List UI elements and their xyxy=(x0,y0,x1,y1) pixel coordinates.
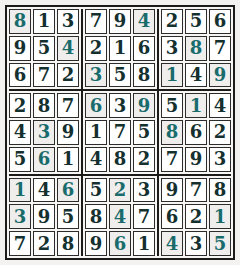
cell-r6c7[interactable]: 7 xyxy=(161,147,183,172)
cell-r7c4[interactable]: 5 xyxy=(85,178,107,203)
cell-r5c6[interactable]: 5 xyxy=(133,120,155,145)
cell-r3c8[interactable]: 4 xyxy=(185,63,207,88)
cell-r7c6[interactable]: 3 xyxy=(133,178,155,203)
cell-r4c3[interactable]: 7 xyxy=(57,93,79,118)
box-separator-horizontal-2 xyxy=(9,174,231,176)
cell-r5c4[interactable]: 1 xyxy=(85,120,107,145)
cell-r8c6[interactable]: 7 xyxy=(133,204,155,229)
cell-r4c2[interactable]: 8 xyxy=(33,93,55,118)
cell-r1c8[interactable]: 5 xyxy=(185,9,207,34)
cell-r7c1[interactable]: 1 xyxy=(9,178,31,203)
cell-r9c2[interactable]: 2 xyxy=(33,231,55,256)
cell-r3c1[interactable]: 6 xyxy=(9,63,31,88)
cell-r1c2[interactable]: 1 xyxy=(33,9,55,34)
cell-r7c3[interactable]: 6 xyxy=(57,178,79,203)
cell-r2c1[interactable]: 9 xyxy=(9,36,31,61)
cell-r3c3[interactable]: 2 xyxy=(57,63,79,88)
cell-r8c2[interactable]: 9 xyxy=(33,204,55,229)
cell-r8c5[interactable]: 4 xyxy=(109,204,131,229)
cell-r5c3[interactable]: 9 xyxy=(57,120,79,145)
cell-r9c3[interactable]: 8 xyxy=(57,231,79,256)
cell-r1c7[interactable]: 2 xyxy=(161,9,183,34)
cell-r5c7[interactable]: 8 xyxy=(161,120,183,145)
cell-r9c4[interactable]: 9 xyxy=(85,231,107,256)
cell-r9c5[interactable]: 6 xyxy=(109,231,131,256)
cell-r7c2[interactable]: 4 xyxy=(33,178,55,203)
cell-r2c3[interactable]: 4 xyxy=(57,36,79,61)
cell-r8c7[interactable]: 6 xyxy=(161,204,183,229)
cell-r4c9[interactable]: 4 xyxy=(209,93,231,118)
cell-r2c9[interactable]: 7 xyxy=(209,36,231,61)
cell-r5c5[interactable]: 7 xyxy=(109,120,131,145)
sudoku-grid: 8137942569542163876723581492876395144391… xyxy=(5,5,235,260)
cell-r3c5[interactable]: 5 xyxy=(109,63,131,88)
cell-r3c4[interactable]: 3 xyxy=(85,63,107,88)
cell-r7c9[interactable]: 8 xyxy=(209,178,231,203)
cell-r2c2[interactable]: 5 xyxy=(33,36,55,61)
cell-r9c9[interactable]: 5 xyxy=(209,231,231,256)
cell-r4c8[interactable]: 1 xyxy=(185,93,207,118)
cell-r9c7[interactable]: 4 xyxy=(161,231,183,256)
cell-r1c9[interactable]: 6 xyxy=(209,9,231,34)
cell-r2c7[interactable]: 3 xyxy=(161,36,183,61)
cell-r8c9[interactable]: 1 xyxy=(209,204,231,229)
sudoku-frame: 8137942569542163876723581492876395144391… xyxy=(0,0,240,265)
cell-r1c6[interactable]: 4 xyxy=(133,9,155,34)
cell-r6c8[interactable]: 9 xyxy=(185,147,207,172)
cell-r8c8[interactable]: 2 xyxy=(185,204,207,229)
cell-r8c4[interactable]: 8 xyxy=(85,204,107,229)
cell-r5c8[interactable]: 6 xyxy=(185,120,207,145)
cell-r2c4[interactable]: 2 xyxy=(85,36,107,61)
cell-r1c5[interactable]: 9 xyxy=(109,9,131,34)
cell-r6c1[interactable]: 5 xyxy=(9,147,31,172)
cell-r1c1[interactable]: 8 xyxy=(9,9,31,34)
cell-r5c9[interactable]: 2 xyxy=(209,120,231,145)
cell-r2c5[interactable]: 1 xyxy=(109,36,131,61)
cell-r1c3[interactable]: 3 xyxy=(57,9,79,34)
cell-r3c6[interactable]: 8 xyxy=(133,63,155,88)
box-separator-vertical-2 xyxy=(157,9,159,256)
cell-r1c4[interactable]: 7 xyxy=(85,9,107,34)
cell-r9c6[interactable]: 1 xyxy=(133,231,155,256)
cell-r2c6[interactable]: 6 xyxy=(133,36,155,61)
box-separator-vertical-1 xyxy=(81,9,83,256)
cell-r9c8[interactable]: 3 xyxy=(185,231,207,256)
cell-r4c6[interactable]: 9 xyxy=(133,93,155,118)
cell-r5c2[interactable]: 3 xyxy=(33,120,55,145)
cell-r6c5[interactable]: 8 xyxy=(109,147,131,172)
cell-r7c5[interactable]: 2 xyxy=(109,178,131,203)
cell-r8c1[interactable]: 3 xyxy=(9,204,31,229)
cell-r6c2[interactable]: 6 xyxy=(33,147,55,172)
cell-r3c9[interactable]: 9 xyxy=(209,63,231,88)
cell-r8c3[interactable]: 5 xyxy=(57,204,79,229)
cell-r4c7[interactable]: 5 xyxy=(161,93,183,118)
cell-r6c9[interactable]: 3 xyxy=(209,147,231,172)
cell-r6c3[interactable]: 1 xyxy=(57,147,79,172)
cell-r7c8[interactable]: 7 xyxy=(185,178,207,203)
cell-r6c6[interactable]: 2 xyxy=(133,147,155,172)
cell-r2c8[interactable]: 8 xyxy=(185,36,207,61)
cell-r3c2[interactable]: 7 xyxy=(33,63,55,88)
cell-r7c7[interactable]: 9 xyxy=(161,178,183,203)
cell-r4c1[interactable]: 2 xyxy=(9,93,31,118)
cell-r4c5[interactable]: 3 xyxy=(109,93,131,118)
cell-r3c7[interactable]: 1 xyxy=(161,63,183,88)
cell-r9c1[interactable]: 7 xyxy=(9,231,31,256)
cell-r5c1[interactable]: 4 xyxy=(9,120,31,145)
cell-r6c4[interactable]: 4 xyxy=(85,147,107,172)
box-separator-horizontal-1 xyxy=(9,89,231,91)
cell-r4c4[interactable]: 6 xyxy=(85,93,107,118)
